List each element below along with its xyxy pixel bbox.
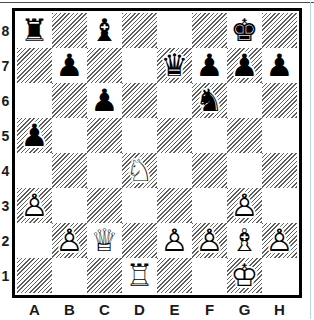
rank-label-4: 4 [0,153,11,188]
piece-glyph: ♙ [192,223,227,258]
square-b3 [52,188,87,223]
black-rook: ♜ [17,13,52,48]
square-c1 [87,258,122,293]
file-labels: ABCDEFGH [17,299,297,319]
square-e6 [157,83,192,118]
piece-glyph: ♔ [227,258,262,293]
file-label-b: B [52,299,87,319]
black-pawn: ♟ [192,48,227,83]
piece-glyph: ♚ [227,13,262,48]
square-f2: ♟♙ [192,223,227,258]
square-d2 [122,223,157,258]
square-h1 [262,258,297,293]
chess-board-frame: ♜♝♚♟♛♟♟♟♟♞♟♞♘♟♙♟♙♟♙♛♕♟♙♟♙♝♗♟♙♜♖♚♔ [12,8,302,298]
piece-glyph: ♙ [262,223,297,258]
square-a1 [17,258,52,293]
black-knight: ♞ [192,83,227,118]
piece-glyph: ♟ [17,118,52,153]
piece-glyph: ♟ [192,48,227,83]
square-b6 [52,83,87,118]
square-a3: ♟♙ [17,188,52,223]
piece-glyph: ♕ [87,223,122,258]
rank-label-6: 6 [0,83,11,118]
white-pawn: ♟♙ [192,223,227,258]
square-h6 [262,83,297,118]
piece-glyph: ♘ [122,153,157,188]
file-label-h: H [262,299,297,319]
square-d4: ♞♘ [122,153,157,188]
square-g6 [227,83,262,118]
black-queen: ♛ [157,48,192,83]
square-g5 [227,118,262,153]
white-bishop: ♝♗ [227,223,262,258]
square-f6: ♞ [192,83,227,118]
square-d8 [122,13,157,48]
square-d5 [122,118,157,153]
square-h7: ♟ [262,48,297,83]
rank-label-1: 1 [0,258,11,293]
piece-glyph: ♗ [227,223,262,258]
square-h2: ♟♙ [262,223,297,258]
square-f8 [192,13,227,48]
square-c2: ♛♕ [87,223,122,258]
white-pawn: ♟♙ [227,188,262,223]
square-e2: ♟♙ [157,223,192,258]
square-f5 [192,118,227,153]
piece-glyph: ♝ [87,13,122,48]
white-queen: ♛♕ [87,223,122,258]
file-label-a: A [17,299,52,319]
file-label-e: E [157,299,192,319]
square-h3 [262,188,297,223]
square-b8 [52,13,87,48]
piece-glyph: ♙ [157,223,192,258]
black-pawn: ♟ [17,118,52,153]
square-g4 [227,153,262,188]
square-c5 [87,118,122,153]
square-h8 [262,13,297,48]
square-b5 [52,118,87,153]
rank-label-5: 5 [0,118,11,153]
piece-glyph: ♟ [87,83,122,118]
white-pawn: ♟♙ [52,223,87,258]
piece-glyph: ♖ [122,258,157,293]
file-label-f: F [192,299,227,319]
piece-glyph: ♞ [192,83,227,118]
white-king: ♚♔ [227,258,262,293]
square-a2 [17,223,52,258]
square-e7: ♛ [157,48,192,83]
square-b2: ♟♙ [52,223,87,258]
square-d3 [122,188,157,223]
white-rook: ♜♖ [122,258,157,293]
square-c6: ♟ [87,83,122,118]
square-e5 [157,118,192,153]
piece-glyph: ♟ [227,48,262,83]
piece-glyph: ♙ [52,223,87,258]
square-e4 [157,153,192,188]
square-f3 [192,188,227,223]
white-pawn: ♟♙ [17,188,52,223]
square-f4 [192,153,227,188]
piece-glyph: ♟ [262,48,297,83]
rank-labels: 87654321 [0,13,11,293]
square-a7 [17,48,52,83]
piece-glyph: ♙ [17,188,52,223]
square-d6 [122,83,157,118]
square-e3 [157,188,192,223]
square-g7: ♟ [227,48,262,83]
rank-label-8: 8 [0,13,11,48]
square-a6 [17,83,52,118]
white-pawn: ♟♙ [262,223,297,258]
square-b7: ♟ [52,48,87,83]
square-c8: ♝ [87,13,122,48]
chess-diagram: 87654321 ♜♝♚♟♛♟♟♟♟♞♟♞♘♟♙♟♙♟♙♛♕♟♙♟♙♝♗♟♙♜♖… [0,0,314,320]
file-label-c: C [87,299,122,319]
rank-label-2: 2 [0,223,11,258]
black-pawn: ♟ [262,48,297,83]
piece-glyph: ♛ [157,48,192,83]
chess-board: ♜♝♚♟♛♟♟♟♟♞♟♞♘♟♙♟♙♟♙♛♕♟♙♟♙♝♗♟♙♜♖♚♔ [17,13,297,293]
black-pawn: ♟ [52,48,87,83]
square-b4 [52,153,87,188]
white-pawn: ♟♙ [157,223,192,258]
square-f1 [192,258,227,293]
square-g8: ♚ [227,13,262,48]
square-c7 [87,48,122,83]
square-g2: ♝♗ [227,223,262,258]
square-h4 [262,153,297,188]
square-e8 [157,13,192,48]
square-g1: ♚♔ [227,258,262,293]
square-a4 [17,153,52,188]
piece-glyph: ♜ [17,13,52,48]
rank-label-3: 3 [0,188,11,223]
square-a8: ♜ [17,13,52,48]
right-edge-line [310,2,311,319]
square-f7: ♟ [192,48,227,83]
square-a5: ♟ [17,118,52,153]
black-king: ♚ [227,13,262,48]
piece-glyph: ♙ [227,188,262,223]
square-d7 [122,48,157,83]
square-c3 [87,188,122,223]
top-edge-line [0,2,314,3]
file-label-g: G [227,299,262,319]
file-label-d: D [122,299,157,319]
white-knight: ♞♘ [122,153,157,188]
square-c4 [87,153,122,188]
square-d1: ♜♖ [122,258,157,293]
black-pawn: ♟ [87,83,122,118]
square-b1 [52,258,87,293]
black-pawn: ♟ [227,48,262,83]
square-h5 [262,118,297,153]
square-e1 [157,258,192,293]
rank-label-7: 7 [0,48,11,83]
piece-glyph: ♟ [52,48,87,83]
square-g3: ♟♙ [227,188,262,223]
black-bishop: ♝ [87,13,122,48]
